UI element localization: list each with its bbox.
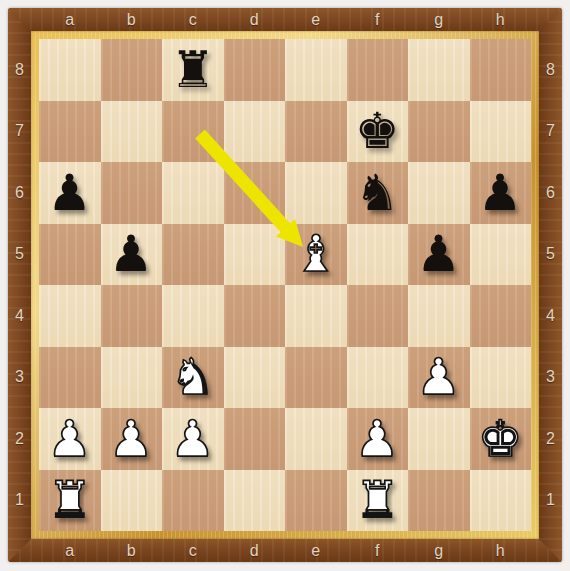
square-c8[interactable]: ♜: [162, 39, 224, 101]
square-a5[interactable]: [39, 224, 101, 286]
square-b1[interactable]: [101, 470, 163, 532]
square-d4[interactable]: [224, 285, 286, 347]
square-d3[interactable]: [224, 347, 286, 409]
square-g2[interactable]: [408, 408, 470, 470]
white-pawn-piece[interactable]: ♟: [162, 408, 224, 470]
square-g1[interactable]: [408, 470, 470, 532]
square-h5[interactable]: [470, 224, 532, 286]
coordinate-label: f: [347, 539, 409, 562]
square-f8[interactable]: [347, 39, 409, 101]
black-pawn-piece[interactable]: ♟: [39, 162, 101, 224]
square-c7[interactable]: [162, 101, 224, 163]
white-rook-piece[interactable]: ♜: [39, 470, 101, 532]
white-pawn-piece[interactable]: ♟: [39, 408, 101, 470]
square-e6[interactable]: [285, 162, 347, 224]
rank-labels-left: 87654321: [8, 39, 31, 531]
square-h4[interactable]: [470, 285, 532, 347]
white-pawn-piece[interactable]: ♟: [101, 408, 163, 470]
square-b4[interactable]: [101, 285, 163, 347]
coordinate-label: 6: [539, 162, 562, 224]
chessboard-widget: ♜♚♟♞♟♟♝♟♞♟♟♟♟♟♚♜♜ abcdefgh abcdefgh 8765…: [0, 0, 570, 571]
rank-labels-right: 87654321: [539, 39, 562, 531]
square-h1[interactable]: [470, 470, 532, 532]
square-e5[interactable]: ♝: [285, 224, 347, 286]
square-c6[interactable]: [162, 162, 224, 224]
square-f3[interactable]: [347, 347, 409, 409]
black-pawn-piece[interactable]: ♟: [101, 224, 163, 286]
coordinate-label: 7: [8, 101, 31, 163]
coordinate-label: b: [101, 8, 163, 31]
coordinate-label: 4: [8, 285, 31, 347]
white-bishop-piece[interactable]: ♝: [285, 224, 347, 286]
square-f2[interactable]: ♟: [347, 408, 409, 470]
coordinate-label: e: [285, 539, 347, 562]
square-b3[interactable]: [101, 347, 163, 409]
square-d8[interactable]: [224, 39, 286, 101]
square-a8[interactable]: [39, 39, 101, 101]
coordinate-label: d: [224, 8, 286, 31]
square-a7[interactable]: [39, 101, 101, 163]
coordinate-label: f: [347, 8, 409, 31]
coordinate-label: c: [162, 539, 224, 562]
coordinate-label: 3: [539, 347, 562, 409]
square-e7[interactable]: [285, 101, 347, 163]
square-b6[interactable]: [101, 162, 163, 224]
square-e2[interactable]: [285, 408, 347, 470]
square-a2[interactable]: ♟: [39, 408, 101, 470]
white-rook-piece[interactable]: ♜: [347, 470, 409, 532]
square-f1[interactable]: ♜: [347, 470, 409, 532]
square-g3[interactable]: ♟: [408, 347, 470, 409]
coordinate-label: 2: [8, 408, 31, 470]
coordinate-label: 2: [539, 408, 562, 470]
white-pawn-piece[interactable]: ♟: [408, 347, 470, 409]
coordinate-label: 8: [8, 39, 31, 101]
coordinate-label: 5: [539, 224, 562, 286]
square-c4[interactable]: [162, 285, 224, 347]
white-knight-piece[interactable]: ♞: [162, 347, 224, 409]
square-b5[interactable]: ♟: [101, 224, 163, 286]
coordinate-label: 5: [8, 224, 31, 286]
coordinate-label: g: [408, 8, 470, 31]
chess-board: ♜♚♟♞♟♟♝♟♞♟♟♟♟♟♚♜♜: [39, 39, 531, 531]
coordinate-label: h: [470, 539, 532, 562]
square-a4[interactable]: [39, 285, 101, 347]
black-pawn-piece[interactable]: ♟: [408, 224, 470, 286]
square-g8[interactable]: [408, 39, 470, 101]
square-b2[interactable]: ♟: [101, 408, 163, 470]
white-king-piece[interactable]: ♚: [470, 408, 532, 470]
coordinate-label: b: [101, 539, 163, 562]
square-d2[interactable]: [224, 408, 286, 470]
square-h3[interactable]: [470, 347, 532, 409]
square-b7[interactable]: [101, 101, 163, 163]
coordinate-label: 4: [539, 285, 562, 347]
square-d7[interactable]: [224, 101, 286, 163]
coordinate-label: 1: [539, 470, 562, 532]
square-f4[interactable]: [347, 285, 409, 347]
coordinate-label: g: [408, 539, 470, 562]
square-g5[interactable]: ♟: [408, 224, 470, 286]
coordinate-label: c: [162, 8, 224, 31]
coordinate-label: 7: [539, 101, 562, 163]
square-c2[interactable]: ♟: [162, 408, 224, 470]
black-pawn-piece[interactable]: ♟: [470, 162, 532, 224]
file-labels-top: abcdefgh: [39, 8, 531, 31]
square-d1[interactable]: [224, 470, 286, 532]
square-d6[interactable]: [224, 162, 286, 224]
coordinate-label: a: [39, 539, 101, 562]
square-h7[interactable]: [470, 101, 532, 163]
square-e8[interactable]: [285, 39, 347, 101]
square-c1[interactable]: [162, 470, 224, 532]
coordinate-label: 6: [8, 162, 31, 224]
square-h8[interactable]: [470, 39, 532, 101]
black-rook-piece[interactable]: ♜: [162, 39, 224, 101]
square-e4[interactable]: [285, 285, 347, 347]
square-f5[interactable]: [347, 224, 409, 286]
square-g4[interactable]: [408, 285, 470, 347]
white-pawn-piece[interactable]: ♟: [347, 408, 409, 470]
square-g7[interactable]: [408, 101, 470, 163]
square-f7[interactable]: ♚: [347, 101, 409, 163]
square-h2[interactable]: ♚: [470, 408, 532, 470]
coordinate-label: 3: [8, 347, 31, 409]
square-f6[interactable]: ♞: [347, 162, 409, 224]
coordinate-label: 1: [8, 470, 31, 532]
square-b8[interactable]: [101, 39, 163, 101]
square-c3[interactable]: ♞: [162, 347, 224, 409]
square-e1[interactable]: [285, 470, 347, 532]
coordinate-label: 8: [539, 39, 562, 101]
coordinate-label: d: [224, 539, 286, 562]
square-a3[interactable]: [39, 347, 101, 409]
square-h6[interactable]: ♟: [470, 162, 532, 224]
coordinate-label: a: [39, 8, 101, 31]
square-g6[interactable]: [408, 162, 470, 224]
file-labels-bottom: abcdefgh: [39, 539, 531, 562]
square-a1[interactable]: ♜: [39, 470, 101, 532]
square-c5[interactable]: [162, 224, 224, 286]
square-d5[interactable]: [224, 224, 286, 286]
coordinate-label: h: [470, 8, 532, 31]
coordinate-label: e: [285, 8, 347, 31]
black-knight-piece[interactable]: ♞: [347, 162, 409, 224]
square-a6[interactable]: ♟: [39, 162, 101, 224]
square-e3[interactable]: [285, 347, 347, 409]
black-king-piece[interactable]: ♚: [347, 101, 409, 163]
